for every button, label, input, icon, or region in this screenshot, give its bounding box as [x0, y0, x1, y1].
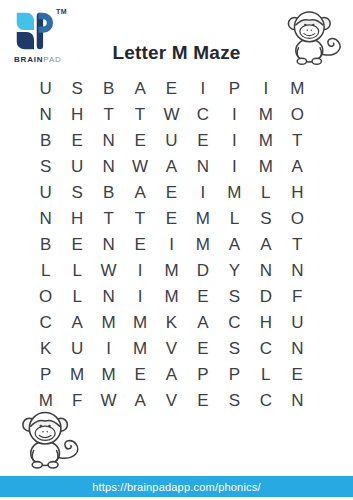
- page-title: Letter M Maze: [0, 42, 353, 64]
- grid-cell-r1c1: U: [30, 76, 61, 102]
- grid-cell-r6c5: E: [156, 206, 187, 232]
- grid-cell-r7c1: B: [30, 232, 61, 258]
- grid-cell-r5c1: U: [30, 180, 61, 206]
- grid-cell-r4c9: A: [282, 154, 313, 180]
- grid-cell-r5c6: I: [187, 180, 218, 206]
- grid-cell-r11c5: V: [156, 335, 187, 361]
- monkey-icon: [10, 406, 86, 472]
- grid-cell-r13c5: V: [156, 387, 187, 413]
- grid-cell-r1c5: E: [156, 76, 187, 102]
- grid-cell-r1c8: I: [250, 76, 281, 102]
- grid-cell-r11c6: E: [187, 335, 218, 361]
- grid-cell-r6c9: O: [282, 206, 313, 232]
- grid-cell-r12c4: E: [124, 361, 155, 387]
- grid-cell-r10c1: C: [30, 309, 61, 335]
- grid-cell-r11c2: U: [61, 335, 92, 361]
- grid-cell-r12c8: L: [250, 361, 281, 387]
- grid-cell-r10c6: A: [187, 309, 218, 335]
- grid-cell-r13c4: A: [124, 387, 155, 413]
- grid-cell-r8c2: L: [61, 257, 92, 283]
- grid-cell-r3c1: B: [30, 128, 61, 154]
- grid-cell-r10c7: C: [219, 309, 250, 335]
- grid-cell-r12c3: M: [93, 361, 124, 387]
- grid-cell-r7c8: A: [250, 232, 281, 258]
- grid-cell-r3c2: E: [61, 128, 92, 154]
- grid-cell-r1c3: B: [93, 76, 124, 102]
- grid-cell-r6c1: N: [30, 206, 61, 232]
- grid-cell-r4c7: I: [219, 154, 250, 180]
- grid-cell-r10c5: K: [156, 309, 187, 335]
- grid-cell-r7c6: M: [187, 232, 218, 258]
- grid-cell-r4c3: N: [93, 154, 124, 180]
- grid-cell-r9c7: S: [219, 283, 250, 309]
- footer-bar: https://brainpadapp.com/phonics/: [0, 476, 353, 497]
- grid-cell-r10c9: U: [282, 309, 313, 335]
- grid-cell-r8c4: I: [124, 257, 155, 283]
- grid-cell-r13c3: W: [93, 387, 124, 413]
- grid-cell-r1c6: I: [187, 76, 218, 102]
- grid-cell-r2c9: O: [282, 102, 313, 128]
- grid-cell-r11c1: K: [30, 335, 61, 361]
- grid-cell-r2c8: M: [250, 102, 281, 128]
- grid-cell-r4c1: S: [30, 154, 61, 180]
- grid-cell-r9c5: M: [156, 283, 187, 309]
- grid-cell-r5c5: E: [156, 180, 187, 206]
- letter-maze-grid: USBAEIPIMNHTTWCIMOBENEUEIMTSUNWANIMAUSBA…: [30, 76, 313, 413]
- grid-cell-r9c4: I: [124, 283, 155, 309]
- grid-cell-r9c3: N: [93, 283, 124, 309]
- grid-cell-r7c4: E: [124, 232, 155, 258]
- grid-cell-r10c2: A: [61, 309, 92, 335]
- grid-cell-r2c7: I: [219, 102, 250, 128]
- grid-cell-r3c6: E: [187, 128, 218, 154]
- grid-cell-r8c7: Y: [219, 257, 250, 283]
- grid-cell-r7c9: T: [282, 232, 313, 258]
- grid-cell-r6c8: S: [250, 206, 281, 232]
- grid-cell-r7c2: E: [61, 232, 92, 258]
- grid-cell-r1c4: A: [124, 76, 155, 102]
- grid-cell-r2c4: T: [124, 102, 155, 128]
- grid-cell-r6c7: L: [219, 206, 250, 232]
- grid-cell-r3c3: N: [93, 128, 124, 154]
- grid-cell-r9c1: O: [30, 283, 61, 309]
- grid-cell-r3c4: E: [124, 128, 155, 154]
- grid-cell-r12c1: P: [30, 361, 61, 387]
- grid-cell-r2c2: H: [61, 102, 92, 128]
- grid-cell-r9c8: D: [250, 283, 281, 309]
- grid-cell-r5c9: H: [282, 180, 313, 206]
- grid-cell-r3c5: U: [156, 128, 187, 154]
- grid-cell-r2c3: T: [93, 102, 124, 128]
- grid-cell-r11c3: I: [93, 335, 124, 361]
- grid-cell-r3c8: M: [250, 128, 281, 154]
- grid-cell-r6c4: T: [124, 206, 155, 232]
- grid-cell-r4c8: M: [250, 154, 281, 180]
- grid-cell-r12c5: A: [156, 361, 187, 387]
- grid-cell-r8c3: W: [93, 257, 124, 283]
- grid-cell-r9c9: F: [282, 283, 313, 309]
- grid-cell-r10c3: M: [93, 309, 124, 335]
- grid-cell-r2c5: W: [156, 102, 187, 128]
- grid-cell-r3c7: I: [219, 128, 250, 154]
- grid-cell-r11c4: M: [124, 335, 155, 361]
- footer-url-link[interactable]: https://brainpadapp.com/phonics/: [92, 481, 260, 493]
- grid-cell-r12c6: P: [187, 361, 218, 387]
- grid-cell-r4c6: N: [187, 154, 218, 180]
- grid-cell-r1c2: S: [61, 76, 92, 102]
- grid-cell-r13c8: C: [250, 387, 281, 413]
- grid-cell-r4c2: U: [61, 154, 92, 180]
- grid-cell-r12c7: P: [219, 361, 250, 387]
- grid-cell-r7c3: N: [93, 232, 124, 258]
- grid-cell-r5c3: B: [93, 180, 124, 206]
- grid-cell-r13c6: E: [187, 387, 218, 413]
- grid-cell-r8c1: L: [30, 257, 61, 283]
- grid-cell-r5c2: S: [61, 180, 92, 206]
- grid-cell-r12c9: E: [282, 361, 313, 387]
- grid-cell-r9c2: L: [61, 283, 92, 309]
- grid-cell-r2c1: N: [30, 102, 61, 128]
- grid-cell-r12c2: M: [61, 361, 92, 387]
- grid-cell-r8c8: N: [250, 257, 281, 283]
- grid-cell-r6c6: M: [187, 206, 218, 232]
- grid-cell-r7c5: I: [156, 232, 187, 258]
- grid-cell-r8c6: D: [187, 257, 218, 283]
- grid-cell-r5c7: M: [219, 180, 250, 206]
- grid-cell-r8c9: N: [282, 257, 313, 283]
- grid-cell-r13c9: N: [282, 387, 313, 413]
- grid-cell-r10c8: H: [250, 309, 281, 335]
- grid-cell-r5c4: A: [124, 180, 155, 206]
- grid-cell-r10c4: M: [124, 309, 155, 335]
- trademark-label: TM: [56, 8, 67, 15]
- grid-cell-r2c6: C: [187, 102, 218, 128]
- grid-cell-r1c7: P: [219, 76, 250, 102]
- grid-cell-r4c4: W: [124, 154, 155, 180]
- grid-cell-r6c2: H: [61, 206, 92, 232]
- grid-cell-r11c8: C: [250, 335, 281, 361]
- grid-cell-r9c6: E: [187, 283, 218, 309]
- grid-cell-r8c5: M: [156, 257, 187, 283]
- grid-cell-r6c3: T: [93, 206, 124, 232]
- grid-cell-r1c9: M: [282, 76, 313, 102]
- grid-cell-r13c7: S: [219, 387, 250, 413]
- grid-cell-r11c9: N: [282, 335, 313, 361]
- grid-cell-r11c7: S: [219, 335, 250, 361]
- grid-cell-r3c9: T: [282, 128, 313, 154]
- grid-cell-r7c7: A: [219, 232, 250, 258]
- grid-cell-r5c8: L: [250, 180, 281, 206]
- grid-cell-r4c5: A: [156, 154, 187, 180]
